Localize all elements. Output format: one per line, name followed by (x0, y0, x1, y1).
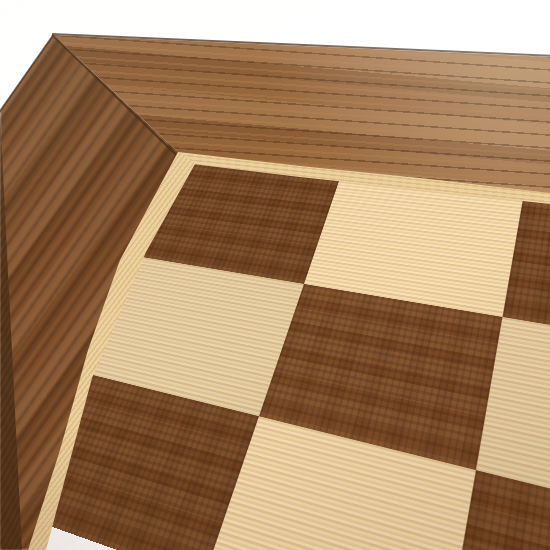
chessboard-photo (0, 0, 550, 550)
